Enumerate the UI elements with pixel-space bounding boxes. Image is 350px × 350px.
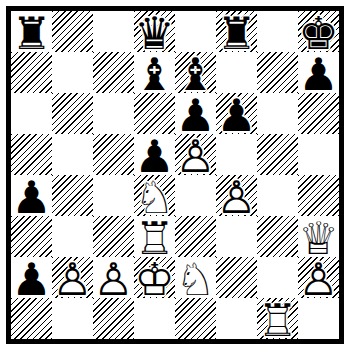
- square-a3[interactable]: [11, 216, 52, 257]
- square-f6[interactable]: ♟♟: [216, 93, 257, 134]
- square-b5[interactable]: [52, 134, 93, 175]
- square-e6[interactable]: ♟♟: [175, 93, 216, 134]
- chess-diagram: ♜♜♛♛♜♜♚♚♝♝♝♝♟♟♟♟♟♟♟♟♟♙♟♟♞♘♟♙♜♖♛♕♟♟♟♙♟♙♚♔…: [0, 0, 350, 350]
- square-g7[interactable]: [257, 52, 298, 93]
- white-king-d2[interactable]: ♚♔: [134, 257, 175, 298]
- square-h8[interactable]: ♚♚: [298, 11, 339, 52]
- square-a2[interactable]: ♟♟: [11, 257, 52, 298]
- square-g5[interactable]: [257, 134, 298, 175]
- square-e1[interactable]: [175, 298, 216, 339]
- square-a5[interactable]: [11, 134, 52, 175]
- square-g2[interactable]: [257, 257, 298, 298]
- square-a1[interactable]: [11, 298, 52, 339]
- square-c5[interactable]: [93, 134, 134, 175]
- white-rook-icon: ♖: [257, 300, 298, 341]
- square-a6[interactable]: [11, 93, 52, 134]
- black-pawn-d5[interactable]: ♟♟: [134, 134, 175, 175]
- square-f7[interactable]: [216, 52, 257, 93]
- black-bishop-e7[interactable]: ♝♝: [175, 52, 216, 93]
- black-rook-a8[interactable]: ♜♜: [11, 11, 52, 52]
- square-e2[interactable]: ♞♘: [175, 257, 216, 298]
- square-h2[interactable]: ♟♙: [298, 257, 339, 298]
- square-d8[interactable]: ♛♛: [134, 11, 175, 52]
- black-pawn-a2[interactable]: ♟♟: [11, 257, 52, 298]
- black-pawn-h7[interactable]: ♟♟: [298, 52, 339, 93]
- square-c6[interactable]: [93, 93, 134, 134]
- white-pawn-icon: ♙: [298, 259, 339, 300]
- square-a7[interactable]: [11, 52, 52, 93]
- square-b4[interactable]: [52, 175, 93, 216]
- square-d2[interactable]: ♚♔: [134, 257, 175, 298]
- square-d4[interactable]: ♞♘: [134, 175, 175, 216]
- square-h6[interactable]: [298, 93, 339, 134]
- white-pawn-c2[interactable]: ♟♙: [93, 257, 134, 298]
- square-b3[interactable]: [52, 216, 93, 257]
- black-rook-f8[interactable]: ♜♜: [216, 11, 257, 52]
- square-b8[interactable]: [52, 11, 93, 52]
- square-a8[interactable]: ♜♜: [11, 11, 52, 52]
- square-g1[interactable]: ♜♖: [257, 298, 298, 339]
- square-g8[interactable]: [257, 11, 298, 52]
- white-pawn-e5[interactable]: ♟♙: [175, 134, 216, 175]
- square-e8[interactable]: [175, 11, 216, 52]
- white-pawn-icon: ♙: [93, 259, 134, 300]
- white-pawn-b2[interactable]: ♟♙: [52, 257, 93, 298]
- square-b2[interactable]: ♟♙: [52, 257, 93, 298]
- black-rook-icon: ♜: [11, 13, 52, 54]
- square-d6[interactable]: [134, 93, 175, 134]
- square-h7[interactable]: ♟♟: [298, 52, 339, 93]
- square-c7[interactable]: [93, 52, 134, 93]
- square-c2[interactable]: ♟♙: [93, 257, 134, 298]
- square-h1[interactable]: [298, 298, 339, 339]
- black-pawn-icon: ♟: [11, 177, 52, 218]
- white-rook-d3[interactable]: ♜♖: [134, 216, 175, 257]
- black-pawn-icon: ♟: [11, 259, 52, 300]
- square-h5[interactable]: [298, 134, 339, 175]
- square-f4[interactable]: ♟♙: [216, 175, 257, 216]
- square-a4[interactable]: ♟♟: [11, 175, 52, 216]
- square-d1[interactable]: [134, 298, 175, 339]
- square-f5[interactable]: [216, 134, 257, 175]
- board-frame: ♜♜♛♛♜♜♚♚♝♝♝♝♟♟♟♟♟♟♟♟♟♙♟♟♞♘♟♙♜♖♛♕♟♟♟♙♟♙♚♔…: [6, 6, 344, 344]
- square-b7[interactable]: [52, 52, 93, 93]
- white-knight-icon: ♘: [175, 259, 216, 300]
- square-c4[interactable]: [93, 175, 134, 216]
- white-pawn-icon: ♙: [175, 136, 216, 177]
- black-bishop-icon: ♝: [134, 54, 175, 95]
- chessboard: ♜♜♛♛♜♜♚♚♝♝♝♝♟♟♟♟♟♟♟♟♟♙♟♟♞♘♟♙♜♖♛♕♟♟♟♙♟♙♚♔…: [11, 11, 339, 339]
- square-e3[interactable]: [175, 216, 216, 257]
- square-f3[interactable]: [216, 216, 257, 257]
- square-g6[interactable]: [257, 93, 298, 134]
- white-pawn-f4[interactable]: ♟♙: [216, 175, 257, 216]
- square-g3[interactable]: [257, 216, 298, 257]
- square-f1[interactable]: [216, 298, 257, 339]
- black-bishop-d7[interactable]: ♝♝: [134, 52, 175, 93]
- square-f8[interactable]: ♜♜: [216, 11, 257, 52]
- square-e4[interactable]: [175, 175, 216, 216]
- square-e5[interactable]: ♟♙: [175, 134, 216, 175]
- square-h3[interactable]: ♛♕: [298, 216, 339, 257]
- black-pawn-icon: ♟: [298, 54, 339, 95]
- square-h4[interactable]: [298, 175, 339, 216]
- square-c8[interactable]: [93, 11, 134, 52]
- square-e7[interactable]: ♝♝: [175, 52, 216, 93]
- square-b1[interactable]: [52, 298, 93, 339]
- white-rook-g1[interactable]: ♜♖: [257, 298, 298, 339]
- white-pawn-icon: ♙: [52, 259, 93, 300]
- square-b6[interactable]: [52, 93, 93, 134]
- white-pawn-icon: ♙: [216, 177, 257, 218]
- black-pawn-f6[interactable]: ♟♟: [216, 93, 257, 134]
- white-knight-e2[interactable]: ♞♘: [175, 257, 216, 298]
- black-pawn-e6[interactable]: ♟♟: [175, 93, 216, 134]
- square-g4[interactable]: [257, 175, 298, 216]
- black-queen-d8[interactable]: ♛♛: [134, 11, 175, 52]
- white-king-icon: ♔: [134, 259, 175, 300]
- square-f2[interactable]: [216, 257, 257, 298]
- square-c3[interactable]: [93, 216, 134, 257]
- square-c1[interactable]: [93, 298, 134, 339]
- square-d7[interactable]: ♝♝: [134, 52, 175, 93]
- black-rook-icon: ♜: [216, 13, 257, 54]
- white-pawn-h2[interactable]: ♟♙: [298, 257, 339, 298]
- white-queen-h3[interactable]: ♛♕: [298, 216, 339, 257]
- black-pawn-a4[interactable]: ♟♟: [11, 175, 52, 216]
- white-knight-d4[interactable]: ♞♘: [134, 175, 175, 216]
- square-d3[interactable]: ♜♖: [134, 216, 175, 257]
- black-pawn-icon: ♟: [216, 95, 257, 136]
- square-d5[interactable]: ♟♟: [134, 134, 175, 175]
- black-king-h8[interactable]: ♚♚: [298, 11, 339, 52]
